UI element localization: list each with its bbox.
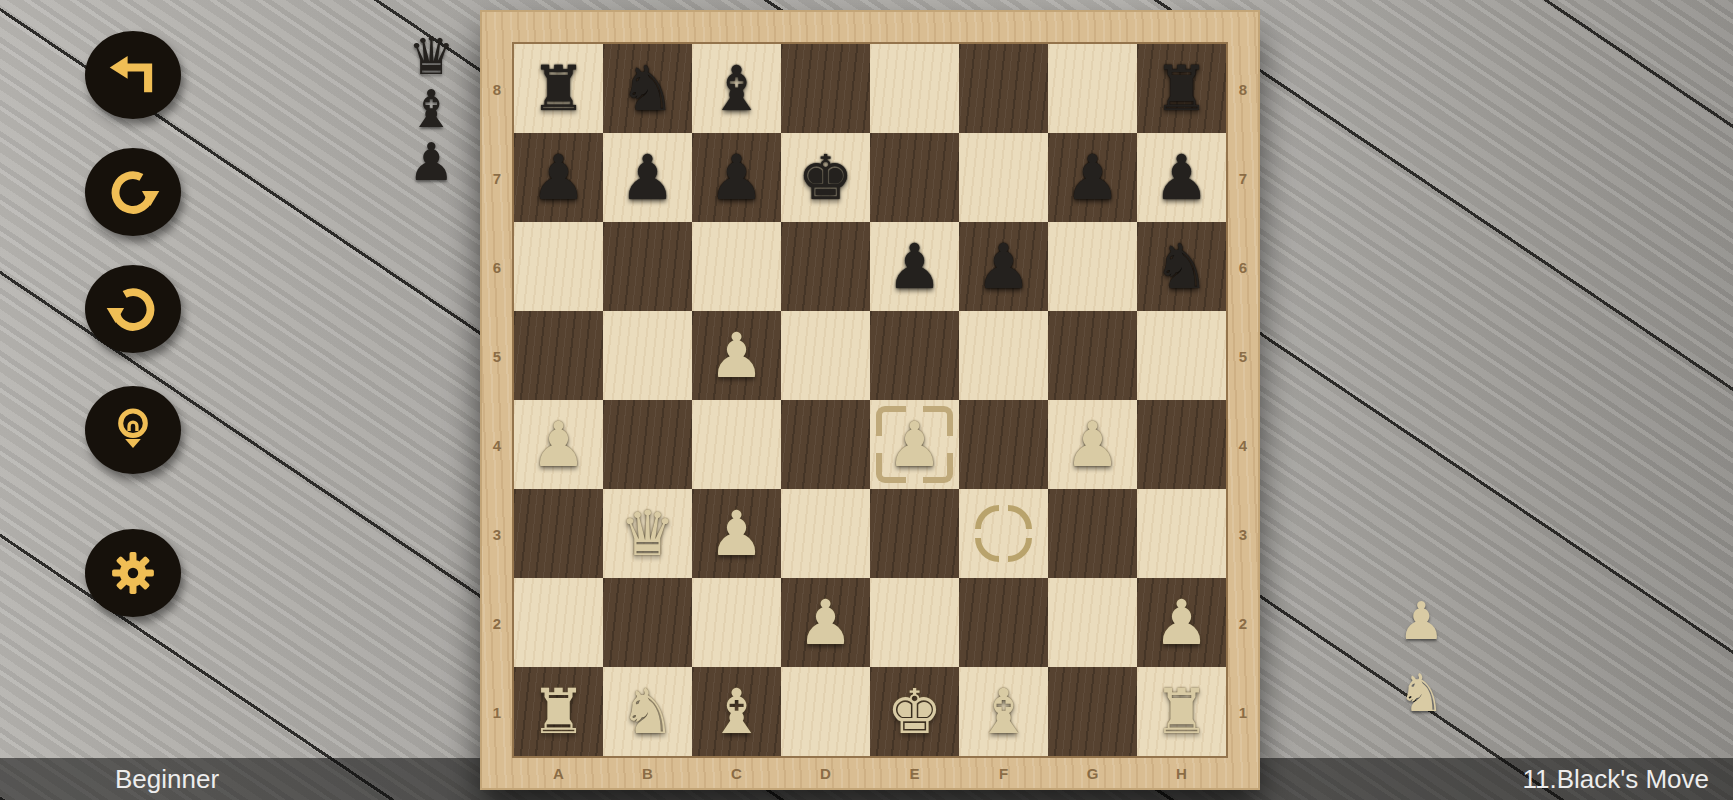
square-h4[interactable] xyxy=(1137,400,1226,489)
square-b4[interactable] xyxy=(603,400,692,489)
square-a6[interactable] xyxy=(514,222,603,311)
rank-label-right-2: 2 xyxy=(1239,614,1247,631)
white-pawn-c5[interactable]: ♟ xyxy=(692,311,781,400)
rank-label-left-6: 6 xyxy=(493,258,501,275)
file-label-A: A xyxy=(553,765,564,782)
black-pawn-e6[interactable]: ♟ xyxy=(870,222,959,311)
black-rook-h8[interactable]: ♜ xyxy=(1137,44,1226,133)
counterclockwise-arrow-icon xyxy=(105,281,161,337)
square-d1[interactable] xyxy=(781,667,870,756)
file-label-F: F xyxy=(999,765,1008,782)
rank-label-right-8: 8 xyxy=(1239,80,1247,97)
black-rook-a8[interactable]: ♜ xyxy=(514,44,603,133)
black-pawn-f6[interactable]: ♟ xyxy=(959,222,1048,311)
rank-label-left-5: 5 xyxy=(493,347,501,364)
move-status-label: 11.Black's Move xyxy=(1522,764,1709,795)
square-f8[interactable] xyxy=(959,44,1048,133)
chess-app-screen: Beginner 11.Black's Move ABCDEFGH8877665… xyxy=(0,0,1733,800)
difficulty-label: Beginner xyxy=(115,764,219,795)
black-bishop-c8[interactable]: ♝ xyxy=(692,44,781,133)
square-f5[interactable] xyxy=(959,311,1048,400)
square-f7[interactable] xyxy=(959,133,1048,222)
captured-black-bishop: ♝ xyxy=(408,83,455,135)
square-e8[interactable] xyxy=(870,44,959,133)
black-king-d7[interactable]: ♚ xyxy=(781,133,870,222)
square-d5[interactable] xyxy=(781,311,870,400)
origin-square-marker-corner-br xyxy=(1008,538,1032,562)
square-d6[interactable] xyxy=(781,222,870,311)
file-label-C: C xyxy=(731,765,742,782)
black-pawn-g7[interactable]: ♟ xyxy=(1048,133,1137,222)
rank-label-left-4: 4 xyxy=(493,436,501,453)
rank-label-right-6: 6 xyxy=(1239,258,1247,275)
square-g6[interactable] xyxy=(1048,222,1137,311)
black-pawn-b7[interactable]: ♟ xyxy=(603,133,692,222)
captured-white-knight: ♞ xyxy=(1398,667,1445,719)
square-b2[interactable] xyxy=(603,578,692,667)
rank-label-right-3: 3 xyxy=(1239,525,1247,542)
redo-circular-arrow-icon xyxy=(105,164,161,220)
square-g2[interactable] xyxy=(1048,578,1137,667)
square-b6[interactable] xyxy=(603,222,692,311)
white-pawn-h2[interactable]: ♟ xyxy=(1137,578,1226,667)
square-g8[interactable] xyxy=(1048,44,1137,133)
square-c2[interactable] xyxy=(692,578,781,667)
white-bishop-c1[interactable]: ♝ xyxy=(692,667,781,756)
square-e7[interactable] xyxy=(870,133,959,222)
square-f4[interactable] xyxy=(959,400,1048,489)
square-e3[interactable] xyxy=(870,489,959,578)
square-h5[interactable] xyxy=(1137,311,1226,400)
file-label-G: G xyxy=(1087,765,1099,782)
square-g5[interactable] xyxy=(1048,311,1137,400)
square-a3[interactable] xyxy=(514,489,603,578)
rank-label-left-3: 3 xyxy=(493,525,501,542)
captured-black-pawn: ♟ xyxy=(408,136,455,188)
black-knight-h6[interactable]: ♞ xyxy=(1137,222,1226,311)
rank-label-left-2: 2 xyxy=(493,614,501,631)
white-pawn-e4[interactable]: ♟ xyxy=(870,400,959,489)
origin-square-marker-corner-tl xyxy=(975,505,999,529)
square-g3[interactable] xyxy=(1048,489,1137,578)
origin-square-marker xyxy=(959,489,1048,578)
rank-label-left-1: 1 xyxy=(493,703,501,720)
square-c6[interactable] xyxy=(692,222,781,311)
hint-button[interactable] xyxy=(85,386,181,474)
rank-label-right-5: 5 xyxy=(1239,347,1247,364)
square-c4[interactable] xyxy=(692,400,781,489)
chess-board-frame: ABCDEFGH8877665544332211 ♜♞♝♜♟♟♟♚♟♟♟♟♞♟♟… xyxy=(480,10,1260,790)
black-pawn-h7[interactable]: ♟ xyxy=(1137,133,1226,222)
undo-button[interactable] xyxy=(85,31,181,119)
file-label-B: B xyxy=(642,765,653,782)
square-a2[interactable] xyxy=(514,578,603,667)
square-e2[interactable] xyxy=(870,578,959,667)
file-label-H: H xyxy=(1176,765,1187,782)
captured-white-pawn: ♟ xyxy=(1398,595,1445,647)
white-pawn-c3[interactable]: ♟ xyxy=(692,489,781,578)
origin-square-marker-corner-tr xyxy=(1008,505,1032,529)
white-knight-b1[interactable]: ♞ xyxy=(603,667,692,756)
rank-label-right-7: 7 xyxy=(1239,169,1247,186)
square-h3[interactable] xyxy=(1137,489,1226,578)
file-label-D: D xyxy=(820,765,831,782)
square-g1[interactable] xyxy=(1048,667,1137,756)
square-d8[interactable] xyxy=(781,44,870,133)
white-rook-a1[interactable]: ♜ xyxy=(514,667,603,756)
white-queen-b3[interactable]: ♛ xyxy=(603,489,692,578)
undo-arrow-icon xyxy=(106,48,160,102)
rank-label-left-7: 7 xyxy=(493,169,501,186)
white-rook-h1[interactable]: ♜ xyxy=(1137,667,1226,756)
white-pawn-g4[interactable]: ♟ xyxy=(1048,400,1137,489)
origin-square-marker-corner-bl xyxy=(975,538,999,562)
captured-black-queen: ♛ xyxy=(408,30,455,82)
black-knight-b8[interactable]: ♞ xyxy=(603,44,692,133)
file-label-E: E xyxy=(909,765,919,782)
square-a5[interactable] xyxy=(514,311,603,400)
square-b5[interactable] xyxy=(603,311,692,400)
square-e5[interactable] xyxy=(870,311,959,400)
black-pawn-c7[interactable]: ♟ xyxy=(692,133,781,222)
rank-label-right-1: 1 xyxy=(1239,703,1247,720)
square-f2[interactable] xyxy=(959,578,1048,667)
lightbulb-icon xyxy=(105,402,161,458)
settings-button[interactable] xyxy=(85,529,181,617)
gear-icon xyxy=(104,544,162,602)
black-pawn-a7[interactable]: ♟ xyxy=(514,133,603,222)
white-king-e1[interactable]: ♚ xyxy=(870,667,959,756)
white-pawn-d2[interactable]: ♟ xyxy=(781,578,870,667)
rank-label-right-4: 4 xyxy=(1239,436,1247,453)
white-pawn-a4[interactable]: ♟ xyxy=(514,400,603,489)
square-d3[interactable] xyxy=(781,489,870,578)
rotate-button[interactable] xyxy=(85,265,181,353)
white-bishop-f1[interactable]: ♝ xyxy=(959,667,1048,756)
redo-button[interactable] xyxy=(85,148,181,236)
rank-label-left-8: 8 xyxy=(493,80,501,97)
square-d4[interactable] xyxy=(781,400,870,489)
